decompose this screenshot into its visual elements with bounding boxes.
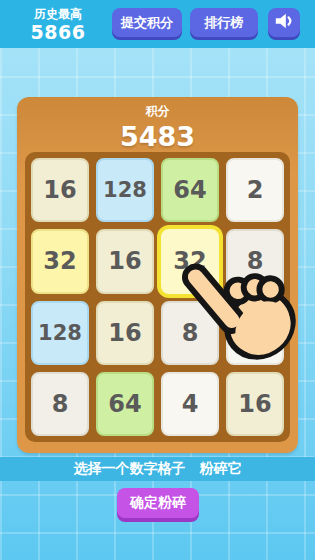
tile-r4c4[interactable]: 16	[226, 372, 284, 436]
tile-r3c1[interactable]: 128	[31, 301, 89, 365]
tile-r3c3[interactable]: 8	[161, 301, 219, 365]
tile-r3c4[interactable]: 2	[226, 301, 284, 365]
tile-r4c2[interactable]: 64	[96, 372, 154, 436]
score-header: 积分 5483	[17, 103, 298, 152]
tile-r1c3[interactable]: 64	[161, 158, 219, 222]
confirm-smash-button[interactable]: 确定粉碎	[117, 488, 199, 518]
tile-r4c1[interactable]: 8	[31, 372, 89, 436]
tile-r4c3[interactable]: 4	[161, 372, 219, 436]
tile-r1c2[interactable]: 128	[96, 158, 154, 222]
game-board: 积分 5483 1612864232163281281682864416	[17, 97, 298, 453]
speaker-icon	[273, 11, 295, 34]
tile-r2c4[interactable]: 8	[226, 229, 284, 293]
score-label: 积分	[17, 103, 298, 120]
hint-banner: 选择一个数字格子 粉碎它	[0, 457, 315, 481]
score-value: 5483	[17, 121, 298, 152]
tile-r1c4[interactable]: 2	[226, 158, 284, 222]
sound-toggle-button[interactable]	[268, 8, 300, 37]
best-score: 历史最高 5866	[18, 4, 98, 42]
best-score-value: 5866	[31, 21, 86, 43]
tile-grid: 1612864232163281281682864416	[25, 152, 290, 442]
tile-r2c1[interactable]: 32	[31, 229, 89, 293]
leaderboard-button[interactable]: 排行榜	[190, 8, 258, 37]
tile-r3c2[interactable]: 16	[96, 301, 154, 365]
top-bar: 历史最高 5866 提交积分 排行榜	[0, 0, 315, 48]
tile-r2c3[interactable]: 32	[161, 229, 219, 293]
submit-score-button[interactable]: 提交积分	[112, 8, 182, 37]
best-score-label: 历史最高	[34, 7, 82, 21]
game-screen: 历史最高 5866 提交积分 排行榜 积分 5483 1612864232163…	[0, 0, 315, 560]
tile-r1c1[interactable]: 16	[31, 158, 89, 222]
tile-r2c2[interactable]: 16	[96, 229, 154, 293]
hint-text: 选择一个数字格子 粉碎它	[74, 460, 242, 478]
